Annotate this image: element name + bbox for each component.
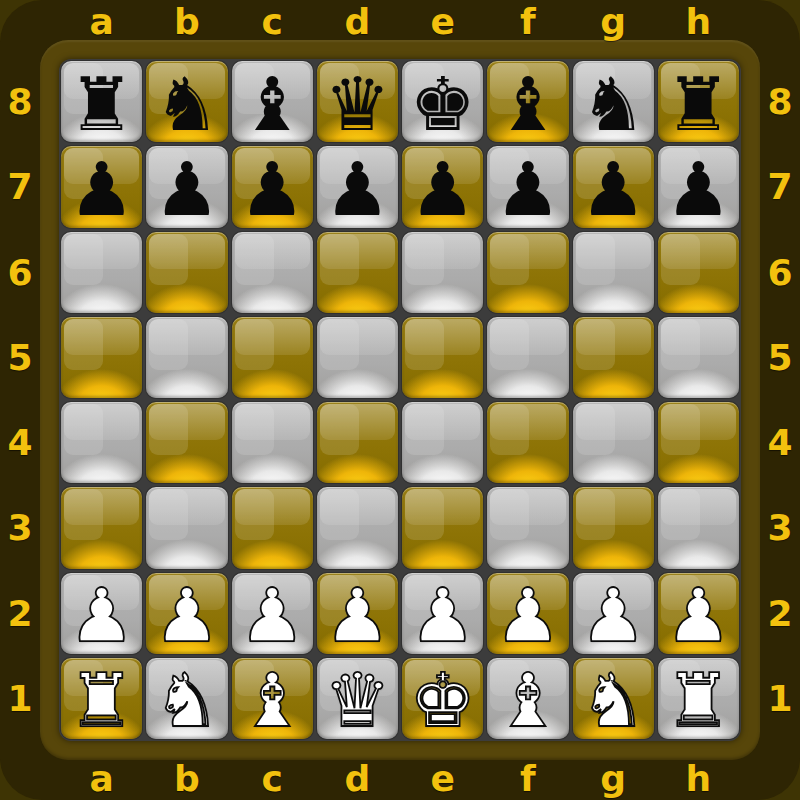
piece-black-knight[interactable]: ♞ <box>580 67 646 141</box>
square-f3[interactable] <box>487 487 568 568</box>
square-h3[interactable] <box>658 487 739 568</box>
piece-white-knight[interactable]: ♞ <box>580 664 646 738</box>
square-a8[interactable]: ♜ <box>61 61 142 142</box>
file-label-f: f <box>485 0 570 42</box>
square-f1[interactable]: ♝ <box>487 658 568 739</box>
square-c3[interactable] <box>232 487 313 568</box>
file-label-g: g <box>571 756 656 800</box>
piece-white-pawn[interactable]: ♟ <box>154 578 220 652</box>
piece-black-pawn[interactable]: ♟ <box>154 152 220 226</box>
piece-white-rook[interactable]: ♜ <box>665 664 731 738</box>
square-a5[interactable] <box>61 317 142 398</box>
square-f7[interactable]: ♟ <box>487 146 568 227</box>
rank-label-2: 2 <box>760 571 800 656</box>
file-label-a: a <box>59 756 144 800</box>
square-d2[interactable]: ♟ <box>317 573 398 654</box>
square-c7[interactable]: ♟ <box>232 146 313 227</box>
square-g5[interactable] <box>573 317 654 398</box>
rank-label-7: 7 <box>760 144 800 229</box>
square-h2[interactable]: ♟ <box>658 573 739 654</box>
square-b5[interactable] <box>146 317 227 398</box>
square-g8[interactable]: ♞ <box>573 61 654 142</box>
square-a1[interactable]: ♜ <box>61 658 142 739</box>
square-b7[interactable]: ♟ <box>146 146 227 227</box>
file-label-a: a <box>59 0 144 42</box>
square-a7[interactable]: ♟ <box>61 146 142 227</box>
square-b1[interactable]: ♞ <box>146 658 227 739</box>
file-label-f: f <box>485 756 570 800</box>
chess-board: ♜♞♝♛♚♝♞♜♟♟♟♟♟♟♟♟♟♟♟♟♟♟♟♟♜♞♝♛♚♝♞♜ <box>59 59 741 741</box>
square-g3[interactable] <box>573 487 654 568</box>
file-label-e: e <box>400 0 485 42</box>
rank-label-6: 6 <box>0 230 40 315</box>
square-d3[interactable] <box>317 487 398 568</box>
rank-label-8: 8 <box>0 59 40 144</box>
rank-label-4: 4 <box>0 400 40 485</box>
piece-black-rook[interactable]: ♜ <box>665 67 731 141</box>
square-c8[interactable]: ♝ <box>232 61 313 142</box>
square-h4[interactable] <box>658 402 739 483</box>
square-c2[interactable]: ♟ <box>232 573 313 654</box>
piece-black-bishop[interactable]: ♝ <box>495 67 561 141</box>
piece-white-pawn[interactable]: ♟ <box>580 578 646 652</box>
rank-label-3: 3 <box>760 485 800 570</box>
piece-black-pawn[interactable]: ♟ <box>580 152 646 226</box>
square-c5[interactable] <box>232 317 313 398</box>
piece-black-bishop[interactable]: ♝ <box>239 67 305 141</box>
square-e5[interactable] <box>402 317 483 398</box>
file-labels-top: abcdefgh <box>59 0 741 42</box>
square-h7[interactable]: ♟ <box>658 146 739 227</box>
rank-labels-left: 87654321 <box>0 59 40 741</box>
rank-label-3: 3 <box>0 485 40 570</box>
piece-white-bishop[interactable]: ♝ <box>495 664 561 738</box>
piece-white-knight[interactable]: ♞ <box>154 664 220 738</box>
piece-white-pawn[interactable]: ♟ <box>324 578 390 652</box>
square-h8[interactable]: ♜ <box>658 61 739 142</box>
piece-black-pawn[interactable]: ♟ <box>409 152 475 226</box>
piece-black-knight[interactable]: ♞ <box>154 67 220 141</box>
square-f2[interactable]: ♟ <box>487 573 568 654</box>
rank-label-1: 1 <box>760 656 800 741</box>
square-g1[interactable]: ♞ <box>573 658 654 739</box>
square-e3[interactable] <box>402 487 483 568</box>
square-e8[interactable]: ♚ <box>402 61 483 142</box>
piece-black-pawn[interactable]: ♟ <box>495 152 561 226</box>
piece-white-pawn[interactable]: ♟ <box>68 578 134 652</box>
square-a4[interactable] <box>61 402 142 483</box>
square-b4[interactable] <box>146 402 227 483</box>
file-label-h: h <box>656 756 741 800</box>
rank-labels-right: 87654321 <box>760 59 800 741</box>
rank-label-2: 2 <box>0 571 40 656</box>
square-e6[interactable] <box>402 232 483 313</box>
rank-label-1: 1 <box>0 656 40 741</box>
square-a3[interactable] <box>61 487 142 568</box>
square-d5[interactable] <box>317 317 398 398</box>
piece-white-queen[interactable]: ♛ <box>324 664 390 738</box>
piece-white-pawn[interactable]: ♟ <box>665 578 731 652</box>
piece-white-king[interactable]: ♚ <box>409 664 475 738</box>
square-a6[interactable] <box>61 232 142 313</box>
square-d7[interactable]: ♟ <box>317 146 398 227</box>
piece-white-rook[interactable]: ♜ <box>68 664 134 738</box>
rank-label-4: 4 <box>760 400 800 485</box>
file-label-c: c <box>230 0 315 42</box>
piece-black-pawn[interactable]: ♟ <box>68 152 134 226</box>
file-label-d: d <box>315 0 400 42</box>
piece-white-pawn[interactable]: ♟ <box>409 578 475 652</box>
file-label-b: b <box>144 756 229 800</box>
piece-white-bishop[interactable]: ♝ <box>239 664 305 738</box>
piece-black-king[interactable]: ♚ <box>409 67 475 141</box>
piece-black-pawn[interactable]: ♟ <box>665 152 731 226</box>
piece-white-pawn[interactable]: ♟ <box>239 578 305 652</box>
rank-label-5: 5 <box>0 315 40 400</box>
file-labels-bottom: abcdefgh <box>59 756 741 800</box>
square-c6[interactable] <box>232 232 313 313</box>
piece-black-pawn[interactable]: ♟ <box>324 152 390 226</box>
board-frame: ♜♞♝♛♚♝♞♜♟♟♟♟♟♟♟♟♟♟♟♟♟♟♟♟♜♞♝♛♚♝♞♜ <box>40 40 760 760</box>
square-d4[interactable] <box>317 402 398 483</box>
square-h5[interactable] <box>658 317 739 398</box>
square-g7[interactable]: ♟ <box>573 146 654 227</box>
rank-label-5: 5 <box>760 315 800 400</box>
piece-black-queen[interactable]: ♛ <box>324 67 390 141</box>
piece-black-rook[interactable]: ♜ <box>68 67 134 141</box>
square-f6[interactable] <box>487 232 568 313</box>
square-e2[interactable]: ♟ <box>402 573 483 654</box>
rank-label-8: 8 <box>760 59 800 144</box>
file-label-d: d <box>315 756 400 800</box>
square-c1[interactable]: ♝ <box>232 658 313 739</box>
square-d8[interactable]: ♛ <box>317 61 398 142</box>
square-h1[interactable]: ♜ <box>658 658 739 739</box>
piece-black-pawn[interactable]: ♟ <box>239 152 305 226</box>
file-label-b: b <box>144 0 229 42</box>
square-a2[interactable]: ♟ <box>61 573 142 654</box>
square-g4[interactable] <box>573 402 654 483</box>
file-label-g: g <box>571 0 656 42</box>
square-e1[interactable]: ♚ <box>402 658 483 739</box>
file-label-c: c <box>230 756 315 800</box>
square-d1[interactable]: ♛ <box>317 658 398 739</box>
square-e7[interactable]: ♟ <box>402 146 483 227</box>
square-d6[interactable] <box>317 232 398 313</box>
square-b6[interactable] <box>146 232 227 313</box>
square-c4[interactable] <box>232 402 313 483</box>
file-label-h: h <box>656 0 741 42</box>
square-f8[interactable]: ♝ <box>487 61 568 142</box>
chess-game-screen: abcdefgh abcdefgh 87654321 87654321 ♜♞♝♛… <box>0 0 800 800</box>
square-f5[interactable] <box>487 317 568 398</box>
square-b3[interactable] <box>146 487 227 568</box>
rank-label-7: 7 <box>0 144 40 229</box>
square-g6[interactable] <box>573 232 654 313</box>
square-f4[interactable] <box>487 402 568 483</box>
piece-white-pawn[interactable]: ♟ <box>495 578 561 652</box>
square-b8[interactable]: ♞ <box>146 61 227 142</box>
square-e4[interactable] <box>402 402 483 483</box>
square-g2[interactable]: ♟ <box>573 573 654 654</box>
square-b2[interactable]: ♟ <box>146 573 227 654</box>
square-h6[interactable] <box>658 232 739 313</box>
file-label-e: e <box>400 756 485 800</box>
rank-label-6: 6 <box>760 230 800 315</box>
